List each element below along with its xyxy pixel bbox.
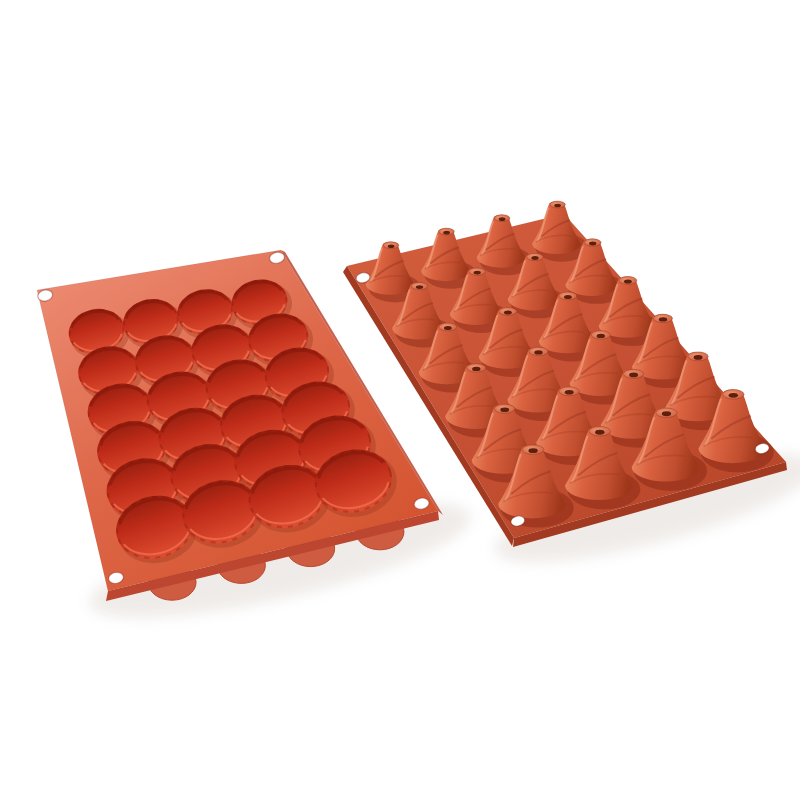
silicone-molds-photo (0, 0, 800, 800)
cone-vent-hole (528, 448, 537, 453)
cone-vent-hole (624, 279, 632, 283)
cone-vent-hole (729, 393, 738, 398)
cone-vent-hole (416, 285, 423, 289)
cone-vent-hole (564, 295, 572, 299)
cone-vent-hole (662, 411, 671, 416)
cone-vent-hole (659, 317, 667, 321)
cone-vent-hole (388, 244, 395, 248)
cone-vent-hole (474, 271, 481, 275)
product-photo-stage (0, 0, 800, 800)
cone-vent-hole (472, 367, 480, 371)
cone-vent-hole (500, 407, 509, 412)
cone-vent-hole (554, 204, 561, 208)
cone-vent-hole (629, 373, 638, 378)
cone-vent-hole (694, 355, 703, 360)
cone-vent-hole (595, 430, 604, 435)
cone-vent-hole (444, 326, 452, 330)
cone-vent-hole (443, 231, 450, 235)
cone-vent-hole (504, 310, 512, 314)
cone-vent-hole (534, 350, 542, 354)
cone-vent-hole (565, 390, 574, 395)
cone-vent-hole (531, 256, 538, 260)
cone-vent-hole (589, 242, 596, 246)
cone-vent-hole (597, 334, 605, 338)
cone-vent-hole (499, 217, 506, 221)
